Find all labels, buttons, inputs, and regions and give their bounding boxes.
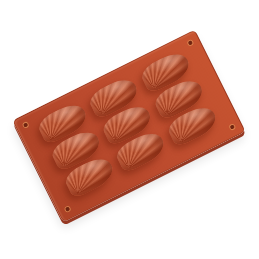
- product-photo-scene: [0, 0, 259, 259]
- cavity-grid: [14, 31, 245, 221]
- madeleine-mold: [12, 29, 245, 222]
